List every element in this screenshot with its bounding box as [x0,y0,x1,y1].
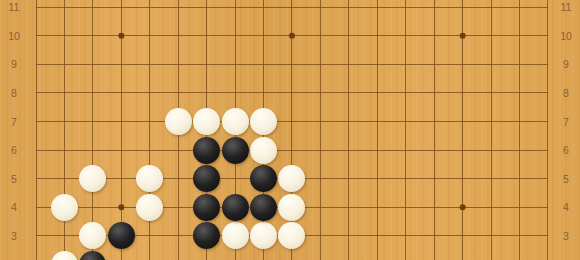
row-label-left-8: 8 [11,87,17,99]
intersection-J7 [249,107,277,136]
intersection-J4 [249,193,277,222]
black-stone-G4[interactable] [193,194,220,221]
intersection-K5 [278,164,306,193]
intersection-E4 [136,193,164,222]
white-stone-B4[interactable] [51,194,78,221]
row-label-left-5: 5 [11,173,17,185]
white-stone-J6[interactable] [250,137,277,164]
row-label-right-3: 3 [563,230,569,242]
black-stone-D3[interactable] [108,222,135,249]
row-label-left-9: 9 [11,58,17,70]
intersection-J3 [249,221,277,250]
row-label-left-11: 11 [9,1,20,13]
intersection-H4 [221,193,249,222]
row-label-left-10: 10 [8,30,20,42]
go-board[interactable]: 1110987654311109876543 [0,0,580,260]
intersection-G7 [192,107,220,136]
black-stone-G3[interactable] [193,222,220,249]
intersection-C5 [79,164,107,193]
intersection-B2 [50,250,78,260]
intersection-H7 [221,107,249,136]
white-stone-H3[interactable] [222,222,249,249]
black-stone-J5[interactable] [250,165,277,192]
black-stone-J4[interactable] [250,194,277,221]
white-stone-J7[interactable] [250,108,277,135]
intersection-C3 [79,221,107,250]
intersection-C2 [79,250,107,260]
intersection-D3 [107,221,135,250]
white-stone-K5[interactable] [278,165,305,192]
white-stone-K3[interactable] [278,222,305,249]
row-label-left-3: 3 [11,230,17,242]
intersection-H6 [221,136,249,165]
intersection-K4 [278,193,306,222]
white-stone-H7[interactable] [222,108,249,135]
white-stone-C5[interactable] [79,165,106,192]
row-label-right-5: 5 [563,173,569,185]
white-stone-J3[interactable] [250,222,277,249]
white-stone-C3[interactable] [79,222,106,249]
intersection-F7 [164,107,192,136]
intersection-H3 [221,221,249,250]
black-stone-C2[interactable] [79,251,106,260]
screenshot-stage: 1110987654311109876543 [0,0,580,260]
white-stone-K4[interactable] [278,194,305,221]
row-label-right-8: 8 [563,87,569,99]
black-stone-H6[interactable] [222,137,249,164]
row-label-right-11: 11 [561,1,572,13]
row-label-left-4: 4 [11,201,17,213]
intersection-G4 [192,193,220,222]
stone-grid [22,0,562,260]
white-stone-F7[interactable] [165,108,192,135]
row-label-right-9: 9 [563,58,569,70]
row-label-right-6: 6 [563,144,569,156]
row-label-left-7: 7 [11,116,17,128]
black-stone-G6[interactable] [193,137,220,164]
white-stone-E5[interactable] [136,165,163,192]
black-stone-H4[interactable] [222,194,249,221]
row-label-right-7: 7 [563,116,569,128]
white-stone-G7[interactable] [193,108,220,135]
intersection-E5 [136,164,164,193]
black-stone-G5[interactable] [193,165,220,192]
white-stone-E4[interactable] [136,194,163,221]
intersection-J5 [249,164,277,193]
intersection-J6 [249,136,277,165]
white-stone-B2[interactable] [51,251,78,260]
row-label-left-6: 6 [11,144,17,156]
intersection-G5 [192,164,220,193]
intersection-G3 [192,221,220,250]
intersection-G6 [192,136,220,165]
intersection-K3 [278,221,306,250]
intersection-B4 [50,193,78,222]
row-label-right-4: 4 [563,201,569,213]
